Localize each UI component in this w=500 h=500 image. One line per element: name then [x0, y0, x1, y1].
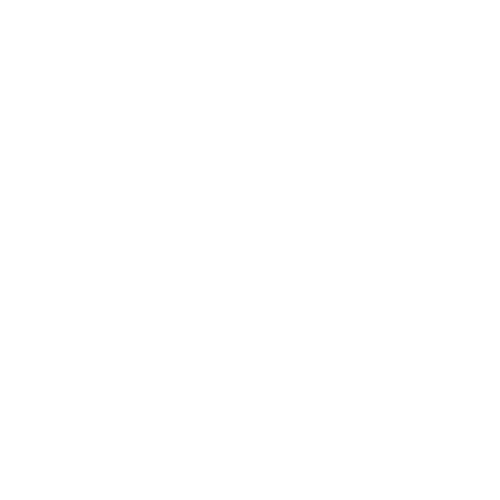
photo-frame — [0, 0, 500, 500]
mancala-board-photo — [0, 0, 500, 500]
